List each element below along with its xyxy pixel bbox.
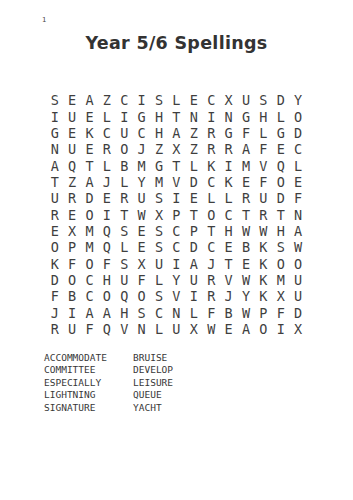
grid-cell-r13c2: B [63,289,80,305]
grid-cell-r8c6: W [133,207,150,223]
grid-cell-r4c7: Z [150,142,167,158]
grid-cell-r8c2: E [63,207,80,223]
grid-cell-r5c14: Q [272,158,289,174]
grid-cell-r7c7: S [150,191,167,207]
word-item-lightning: LIGHTNING [44,389,133,401]
grid-cell-r10c12: B [237,240,254,256]
page-number: 1 [42,16,46,24]
grid-cell-r8c7: X [150,207,167,223]
grid-cell-r8c4: I [98,207,115,223]
grid-cell-r12c8: Y [168,273,185,289]
grid-cell-r7c11: L [220,191,237,207]
grid-cell-r14c8: N [168,305,185,321]
grid-cell-r9c5: S [116,224,133,240]
grid-cell-r12c15: U [289,273,306,289]
grid-cell-r4c10: R [203,142,220,158]
grid-cell-r12c1: D [46,273,63,289]
grid-cell-r15c2: U [63,322,80,338]
grid-cell-r15c10: W [203,322,220,338]
grid-cell-r7c8: I [168,191,185,207]
grid-cell-r9c2: X [63,224,80,240]
grid-cell-r15c14: I [272,322,289,338]
grid-cell-r10c10: C [203,240,220,256]
grid-cell-r6c14: O [272,175,289,191]
grid-cell-r5c5: B [116,158,133,174]
grid-cell-r15c13: O [255,322,272,338]
grid-cell-r1c9: E [185,93,202,109]
grid-cell-r13c7: S [150,289,167,305]
grid-cell-r3c10: R [203,126,220,142]
word-item-bruise: BRUISE [133,352,173,364]
grid-cell-r4c13: F [255,142,272,158]
grid-cell-r6c2: Z [63,175,80,191]
grid-cell-r15c8: U [168,322,185,338]
grid-cell-r11c9: A [185,256,202,272]
grid-cell-r2c15: O [289,109,306,125]
grid-cell-r3c4: C [98,126,115,142]
grid-cell-r2c13: H [255,109,272,125]
grid-cell-r4c8: X [168,142,185,158]
grid-cell-r5c1: A [46,158,63,174]
grid-cell-r5c6: M [133,158,150,174]
grid-cell-r9c13: W [255,224,272,240]
grid-cell-r10c1: O [46,240,63,256]
grid-cell-r14c2: I [63,305,80,321]
grid-cell-r2c12: G [237,109,254,125]
grid-cell-r7c12: R [237,191,254,207]
grid-cell-r3c14: G [272,126,289,142]
grid-cell-r2c4: L [98,109,115,125]
grid-cell-r7c4: E [98,191,115,207]
grid-cell-r14c3: A [81,305,98,321]
grid-cell-r12c3: C [81,273,98,289]
grid-cell-r14c13: P [255,305,272,321]
grid-cell-r7c3: D [81,191,98,207]
word-item-accommodate: ACCOMMODATE [44,352,133,364]
grid-cell-r12c13: K [255,273,272,289]
word-list-column-2: BRUISEDEVELOPLEISUREQUEUEYACHT [133,352,173,414]
grid-cell-r1c11: X [220,93,237,109]
grid-cell-r1c4: Z [98,93,115,109]
grid-cell-r6c9: D [185,175,202,191]
grid-cell-r4c2: U [63,142,80,158]
grid-cell-r5c7: G [150,158,167,174]
grid-cell-r6c15: E [289,175,306,191]
grid-cell-r1c1: S [46,93,63,109]
grid-cell-r7c1: U [46,191,63,207]
grid-cell-r1c14: D [272,93,289,109]
grid-cell-r12c4: H [98,273,115,289]
grid-cell-r2c1: I [46,109,63,125]
grid-cell-r6c5: L [116,175,133,191]
grid-cell-r2c2: U [63,109,80,125]
grid-cell-r6c7: M [150,175,167,191]
grid-cell-r15c5: V [116,322,133,338]
grid-cell-r12c9: U [185,273,202,289]
grid-cell-r1c10: C [203,93,220,109]
grid-cell-r6c13: F [255,175,272,191]
grid-cell-r10c8: C [168,240,185,256]
grid-cell-r9c11: H [220,224,237,240]
grid-cell-r1c2: E [63,93,80,109]
grid-cell-r9c9: P [185,224,202,240]
grid-cell-r7c15: F [289,191,306,207]
grid-cell-r5c4: L [98,158,115,174]
word-list: ACCOMMODATECOMMITTEEESPECIALLYLIGHTNINGS… [44,352,173,414]
grid-cell-r3c6: C [133,126,150,142]
grid-cell-r5c3: T [81,158,98,174]
grid-cell-r10c11: E [220,240,237,256]
grid-cell-r4c3: E [81,142,98,158]
grid-cell-r1c7: S [150,93,167,109]
grid-cell-r3c9: Z [185,126,202,142]
grid-cell-r2c8: T [168,109,185,125]
grid-cell-r4c12: A [237,142,254,158]
grid-cell-r2c5: I [116,109,133,125]
grid-cell-r2c11: N [220,109,237,125]
grid-cell-r2c6: G [133,109,150,125]
grid-cell-r5c11: I [220,158,237,174]
word-item-especially: ESPECIALLY [44,377,133,389]
grid-cell-r11c6: X [133,256,150,272]
grid-cell-r10c15: W [289,240,306,256]
grid-cell-r10c4: Q [98,240,115,256]
grid-cell-r10c3: M [81,240,98,256]
grid-cell-r13c3: C [81,289,98,305]
grid-cell-r12c7: L [150,273,167,289]
grid-cell-r14c4: A [98,305,115,321]
grid-cell-r1c5: C [116,93,133,109]
grid-cell-r3c12: F [237,126,254,142]
grid-cell-r8c9: T [185,207,202,223]
grid-cell-r8c10: O [203,207,220,223]
grid-cell-r7c2: R [63,191,80,207]
grid-cell-r9c10: T [203,224,220,240]
grid-cell-r5c8: T [168,158,185,174]
grid-cell-r1c12: U [237,93,254,109]
grid-cell-r4c6: J [133,142,150,158]
grid-cell-r8c3: O [81,207,98,223]
grid-cell-r12c14: M [272,273,289,289]
grid-cell-r6c10: C [203,175,220,191]
grid-cell-r9c7: S [150,224,167,240]
word-list-column-1: ACCOMMODATECOMMITTEEESPECIALLYLIGHTNINGS… [44,352,133,414]
grid-cell-r13c8: V [168,289,185,305]
grid-cell-r2c7: H [150,109,167,125]
grid-cell-r5c12: M [237,158,254,174]
grid-cell-r13c12: Y [237,289,254,305]
grid-cell-r9c12: W [237,224,254,240]
grid-cell-r4c15: C [289,142,306,158]
grid-cell-r13c11: J [220,289,237,305]
grid-cell-r1c8: L [168,93,185,109]
grid-cell-r15c1: R [46,322,63,338]
grid-cell-r6c11: K [220,175,237,191]
grid-cell-r10c2: P [63,240,80,256]
grid-cell-r11c1: K [46,256,63,272]
grid-cell-r12c2: O [63,273,80,289]
worksheet-page: 1 Year 5/6 Spellings SEAZCISLECXUSDYIUEL… [0,0,353,500]
grid-cell-r10c14: S [272,240,289,256]
grid-cell-r10c7: S [150,240,167,256]
grid-cell-r10c5: L [116,240,133,256]
grid-cell-r11c10: J [203,256,220,272]
word-item-signature: SIGNATURE [44,402,133,414]
grid-cell-r9c1: E [46,224,63,240]
word-item-queue: QUEUE [133,389,173,401]
grid-cell-r13c4: O [98,289,115,305]
grid-cell-r10c6: E [133,240,150,256]
grid-cell-r4c14: E [272,142,289,158]
grid-cell-r4c4: R [98,142,115,158]
grid-cell-r9c15: A [289,224,306,240]
grid-cell-r12c6: F [133,273,150,289]
grid-cell-r12c11: V [220,273,237,289]
word-item-develop: DEVELOP [133,364,173,376]
grid-cell-r15c11: E [220,322,237,338]
grid-cell-r9c3: M [81,224,98,240]
grid-cell-r14c11: B [220,305,237,321]
grid-cell-r5c15: L [289,158,306,174]
grid-cell-r14c5: H [116,305,133,321]
grid-cell-r1c3: A [81,93,98,109]
grid-cell-r8c13: R [255,207,272,223]
grid-cell-r12c12: W [237,273,254,289]
grid-cell-r9c6: E [133,224,150,240]
grid-cell-r8c8: P [168,207,185,223]
grid-cell-r8c1: R [46,207,63,223]
grid-cell-r12c5: U [116,273,133,289]
grid-cell-r7c13: U [255,191,272,207]
grid-cell-r10c9: D [185,240,202,256]
grid-cell-r1c6: I [133,93,150,109]
grid-cell-r7c6: U [133,191,150,207]
grid-cell-r13c6: O [133,289,150,305]
grid-cell-r6c8: V [168,175,185,191]
grid-cell-r7c9: E [185,191,202,207]
grid-cell-r14c1: J [46,305,63,321]
grid-cell-r3c3: K [81,126,98,142]
grid-cell-r1c13: S [255,93,272,109]
grid-cell-r6c4: J [98,175,115,191]
grid-cell-r3c8: A [168,126,185,142]
grid-cell-r4c9: Z [185,142,202,158]
grid-cell-r9c14: H [272,224,289,240]
word-item-leisure: LEISURE [133,377,173,389]
grid-cell-r15c12: A [237,322,254,338]
grid-cell-r9c4: Q [98,224,115,240]
grid-cell-r2c9: N [185,109,202,125]
grid-cell-r8c15: N [289,207,306,223]
grid-cell-r14c12: W [237,305,254,321]
grid-cell-r9c8: C [168,224,185,240]
grid-cell-r11c12: E [237,256,254,272]
grid-cell-r15c3: F [81,322,98,338]
grid-cell-r14c7: C [150,305,167,321]
grid-cell-r3c5: U [116,126,133,142]
grid-cell-r6c1: T [46,175,63,191]
page-title: Year 5/6 Spellings [0,33,353,53]
grid-cell-r4c11: R [220,142,237,158]
grid-cell-r3c1: G [46,126,63,142]
grid-cell-r2c10: I [203,109,220,125]
grid-cell-r14c9: L [185,305,202,321]
grid-cell-r13c14: X [272,289,289,305]
grid-cell-r2c3: E [81,109,98,125]
grid-cell-r6c6: Y [133,175,150,191]
grid-cell-r3c11: G [220,126,237,142]
grid-cell-r5c10: K [203,158,220,174]
grid-cell-r14c15: D [289,305,306,321]
grid-cell-r11c2: F [63,256,80,272]
grid-cell-r14c10: F [203,305,220,321]
grid-cell-r15c4: Q [98,322,115,338]
grid-cell-r11c14: O [272,256,289,272]
grid-cell-r5c13: V [255,158,272,174]
grid-cell-r11c11: T [220,256,237,272]
grid-cell-r6c12: E [237,175,254,191]
grid-cell-r13c9: I [185,289,202,305]
grid-cell-r3c15: D [289,126,306,142]
grid-cell-r13c10: R [203,289,220,305]
grid-cell-r13c13: K [255,289,272,305]
grid-cell-r11c7: U [150,256,167,272]
grid-cell-r8c11: C [220,207,237,223]
grid-cell-r6c3: A [81,175,98,191]
grid-cell-r14c14: F [272,305,289,321]
grid-cell-r11c5: S [116,256,133,272]
grid-cell-r11c3: O [81,256,98,272]
grid-cell-r13c5: Q [116,289,133,305]
grid-cell-r14c6: S [133,305,150,321]
grid-cell-r13c15: U [289,289,306,305]
word-item-committee: COMMITTEE [44,364,133,376]
grid-cell-r8c14: T [272,207,289,223]
grid-cell-r7c14: D [272,191,289,207]
grid-cell-r11c4: F [98,256,115,272]
grid-cell-r3c13: L [255,126,272,142]
grid-cell-r8c5: T [116,207,133,223]
grid-cell-r11c8: I [168,256,185,272]
grid-cell-r7c5: R [116,191,133,207]
grid-cell-r5c9: L [185,158,202,174]
grid-cell-r5c2: Q [63,158,80,174]
grid-cell-r3c7: H [150,126,167,142]
grid-cell-r15c9: X [185,322,202,338]
grid-cell-r13c1: F [46,289,63,305]
grid-cell-r15c15: X [289,322,306,338]
grid-cell-r15c7: L [150,322,167,338]
grid-cell-r11c15: O [289,256,306,272]
grid-cell-r4c1: N [46,142,63,158]
grid-cell-r8c12: T [237,207,254,223]
grid-cell-r12c10: R [203,273,220,289]
word-search-grid: SEAZCISLECXUSDYIUELIGHTNINGHLOGEKCUCHAZR… [46,93,307,338]
grid-cell-r15c6: N [133,322,150,338]
grid-cell-r2c14: L [272,109,289,125]
grid-cell-r1c15: Y [289,93,306,109]
grid-cell-r7c10: L [203,191,220,207]
grid-cell-r4c5: O [116,142,133,158]
grid-cell-r11c13: K [255,256,272,272]
grid-cell-r10c13: K [255,240,272,256]
word-item-yacht: YACHT [133,402,173,414]
grid-cell-r3c2: E [63,126,80,142]
